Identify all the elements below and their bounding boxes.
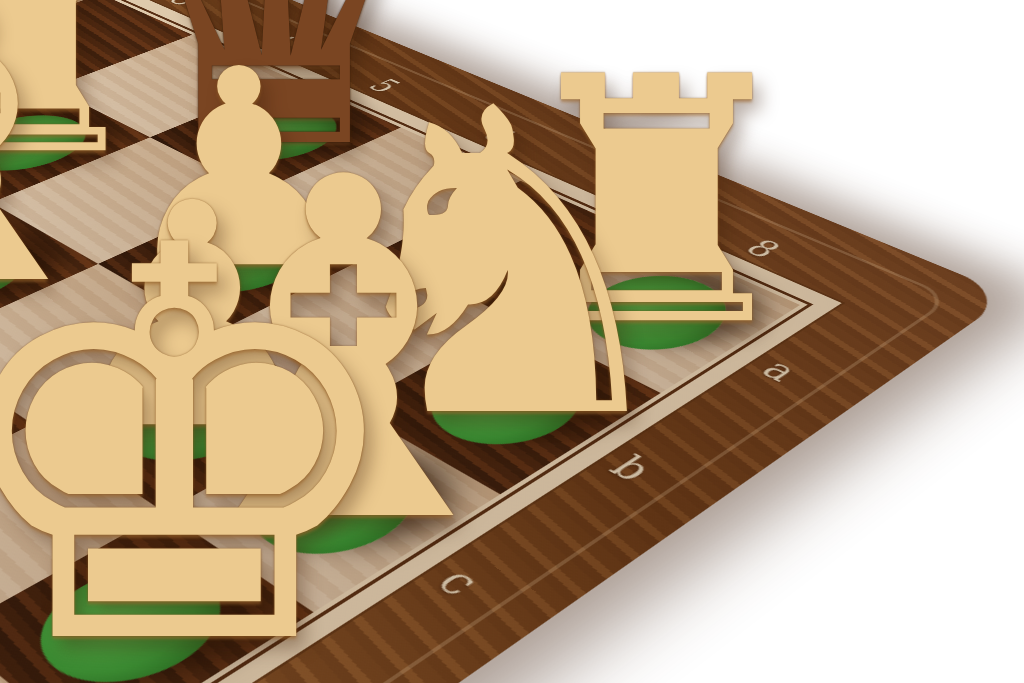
rank-label-3: 3 <box>152 0 217 13</box>
board-squares <box>0 0 800 683</box>
rank-label-7: 7 <box>586 171 662 207</box>
rank-label-8: 8 <box>723 229 803 269</box>
rank-label-5: 5 <box>349 71 419 101</box>
felt-pad-b8 <box>400 344 611 463</box>
chess-board: abcdefgh 12345678 <box>0 0 1011 683</box>
file-label-a: a <box>736 346 824 395</box>
chess-set-photo: abcdefgh 12345678 ♜♞♝♚♟♟♝♜♛ <box>0 0 1024 683</box>
rank-label-4: 4 <box>247 27 314 55</box>
file-label-b: b <box>584 440 679 497</box>
felt-pad-a8 <box>558 262 754 366</box>
file-label-c: c <box>408 549 511 615</box>
rank-label-6: 6 <box>462 118 535 151</box>
file-label-d: d <box>200 676 313 683</box>
